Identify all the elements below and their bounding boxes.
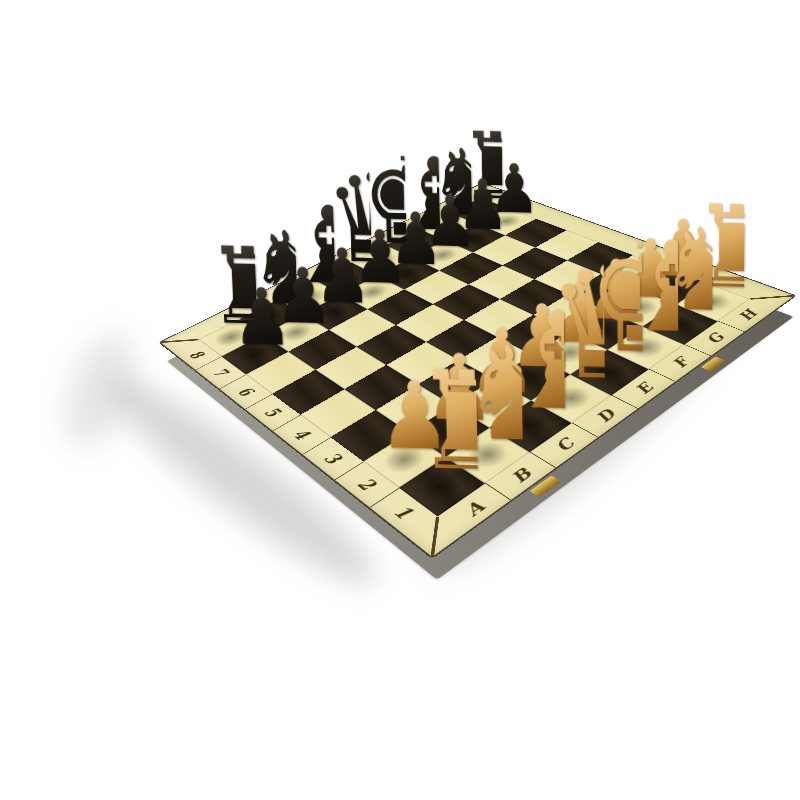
rank-label-text: 6 (216, 374, 276, 410)
piece-black-pawn[interactable]: ♟ (230, 277, 283, 357)
board-grid: 8♜♞♝♛♚♝♞♜7♟♟♟♟♟♟♟♟65432♟♟♟♟♟♟♟♟1♜♞♝♛♚♝♞♜… (161, 183, 795, 556)
chess-board: 8♜♞♝♛♚♝♞♜7♟♟♟♟♟♟♟♟65432♟♟♟♟♟♟♟♟1♜♞♝♛♚♝♞♜… (161, 183, 795, 556)
piece-white-rook[interactable]: ♜ (412, 353, 478, 490)
photo-backdrop: 8♜♞♝♛♚♝♞♜7♟♟♟♟♟♟♟♟65432♟♟♟♟♟♟♟♟1♜♞♝♛♚♝♞♜… (0, 0, 800, 800)
scene-3d: 8♜♞♝♛♚♝♞♜7♟♟♟♟♟♟♟♟65432♟♟♟♟♟♟♟♟1♜♞♝♛♚♝♞♜… (0, 0, 800, 800)
board-face: 8♜♞♝♛♚♝♞♜7♟♟♟♟♟♟♟♟65432♟♟♟♟♟♟♟♟1♜♞♝♛♚♝♞♜… (161, 183, 795, 556)
